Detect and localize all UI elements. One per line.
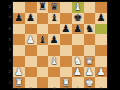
file-label-f: f — [72, 87, 84, 90]
square-d4[interactable] — [48, 45, 60, 56]
square-c4[interactable] — [37, 45, 49, 56]
piece-white-pawn[interactable]: ♟ — [14, 67, 23, 77]
piece-black-queen[interactable]: ♛ — [50, 2, 59, 12]
rank-label-5: 5 — [0, 34, 13, 45]
square-f6[interactable]: ♟ — [72, 24, 84, 35]
square-g3[interactable]: ♛ — [84, 56, 96, 67]
piece-white-bishop[interactable]: ♝ — [73, 2, 82, 12]
square-d5[interactable]: ♟ — [48, 34, 60, 45]
square-g2[interactable]: ♟ — [84, 67, 96, 78]
rank-label-4: 4 — [0, 45, 13, 56]
square-h7[interactable]: ♟ — [95, 13, 107, 24]
rank-label-7: 7 — [0, 13, 13, 24]
square-e8[interactable] — [60, 2, 72, 13]
chess-board: ♜♛♝♟♟♝♚♟♟♟♞♟♝♟♝♞♛♟♟♟♟♜♜♚ — [13, 2, 107, 88]
square-b7[interactable]: ♟ — [25, 13, 37, 24]
square-a5[interactable] — [13, 34, 25, 45]
square-a7[interactable]: ♟ — [13, 13, 25, 24]
square-g5[interactable] — [84, 34, 96, 45]
square-d2[interactable] — [48, 67, 60, 78]
piece-black-king[interactable]: ♚ — [73, 13, 82, 23]
piece-white-pawn[interactable]: ♟ — [85, 67, 94, 77]
chess-app-screen: 87654321 ♜♛♝♟♟♝♚♟♟♟♞♟♝♟♝♞♛♟♟♟♟♜♜♚ abcdef… — [0, 0, 120, 90]
rank-label-1: 1 — [0, 77, 13, 88]
rank-label-3: 3 — [0, 56, 13, 67]
square-a2[interactable]: ♟ — [13, 67, 25, 78]
square-h5[interactable] — [95, 34, 107, 45]
square-f7[interactable]: ♚ — [72, 13, 84, 24]
square-d8[interactable]: ♛ — [48, 2, 60, 13]
square-e7[interactable] — [60, 13, 72, 24]
square-g7[interactable] — [84, 13, 96, 24]
square-d3[interactable]: ♝ — [48, 56, 60, 67]
square-h6[interactable] — [95, 24, 107, 35]
square-b2[interactable] — [25, 67, 37, 78]
rank-label-6: 6 — [0, 24, 13, 35]
square-a3[interactable] — [13, 56, 25, 67]
square-c6[interactable] — [37, 24, 49, 35]
square-b6[interactable] — [25, 24, 37, 35]
file-label-e: e — [60, 87, 72, 90]
square-h3[interactable] — [95, 56, 107, 67]
file-label-g: g — [84, 87, 96, 90]
square-a6[interactable] — [13, 24, 25, 35]
file-label-b: b — [25, 87, 37, 90]
piece-black-rook[interactable]: ♜ — [38, 2, 47, 12]
square-e4[interactable] — [60, 45, 72, 56]
square-c7[interactable] — [37, 13, 49, 24]
file-label-a: a — [13, 87, 25, 90]
file-labels: abcdefgh — [13, 87, 107, 90]
square-g4[interactable] — [84, 45, 96, 56]
file-label-h: h — [95, 87, 107, 90]
square-b3[interactable] — [25, 56, 37, 67]
rank-label-8: 8 — [0, 2, 13, 13]
square-e3[interactable] — [60, 56, 72, 67]
square-g8[interactable] — [84, 2, 96, 13]
piece-black-bishop[interactable]: ♝ — [50, 13, 59, 23]
piece-white-pawn[interactable]: ♟ — [73, 67, 82, 77]
piece-black-bishop[interactable]: ♝ — [38, 34, 47, 44]
square-f8[interactable]: ♝ — [72, 2, 84, 13]
piece-white-pawn[interactable]: ♟ — [26, 34, 35, 44]
square-f5[interactable] — [72, 34, 84, 45]
piece-black-pawn[interactable]: ♟ — [97, 13, 106, 23]
square-g6[interactable]: ♞ — [84, 24, 96, 35]
square-c8[interactable]: ♜ — [37, 2, 49, 13]
piece-black-pawn[interactable]: ♟ — [14, 13, 23, 23]
square-h4[interactable] — [95, 45, 107, 56]
square-e2[interactable] — [60, 67, 72, 78]
piece-black-pawn[interactable]: ♟ — [61, 24, 70, 34]
square-b5[interactable]: ♟ — [25, 34, 37, 45]
piece-white-knight[interactable]: ♞ — [73, 56, 82, 66]
piece-black-knight[interactable]: ♞ — [85, 24, 94, 34]
square-f2[interactable]: ♟ — [72, 67, 84, 78]
square-a4[interactable] — [13, 45, 25, 56]
square-d7[interactable]: ♝ — [48, 13, 60, 24]
rank-label-2: 2 — [0, 67, 13, 78]
piece-white-queen[interactable]: ♛ — [85, 56, 94, 66]
piece-black-pawn[interactable]: ♟ — [50, 34, 59, 44]
square-c5[interactable]: ♝ — [37, 34, 49, 45]
piece-white-bishop[interactable]: ♝ — [50, 56, 59, 66]
square-a8[interactable] — [13, 2, 25, 13]
square-b8[interactable] — [25, 2, 37, 13]
square-e6[interactable]: ♟ — [60, 24, 72, 35]
file-label-d: d — [48, 87, 60, 90]
square-e5[interactable] — [60, 34, 72, 45]
square-h8[interactable] — [95, 2, 107, 13]
square-d6[interactable] — [48, 24, 60, 35]
piece-white-pawn[interactable]: ♟ — [97, 67, 106, 77]
rank-labels: 87654321 — [0, 2, 13, 88]
square-c2[interactable] — [37, 67, 49, 78]
file-label-c: c — [37, 87, 49, 90]
square-c3[interactable] — [37, 56, 49, 67]
square-f3[interactable]: ♞ — [72, 56, 84, 67]
square-f4[interactable] — [72, 45, 84, 56]
piece-black-pawn[interactable]: ♟ — [26, 13, 35, 23]
square-b4[interactable] — [25, 45, 37, 56]
square-h2[interactable]: ♟ — [95, 67, 107, 78]
piece-black-pawn[interactable]: ♟ — [73, 24, 82, 34]
